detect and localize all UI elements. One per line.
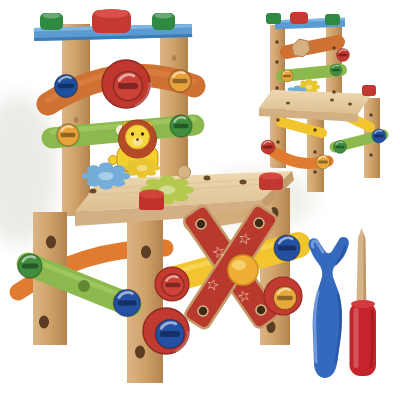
screwdriver — [350, 228, 377, 376]
red-nut-on-seat — [139, 190, 164, 211]
sc-red-screw — [337, 49, 350, 62]
blue-screw-yellow-slat — [274, 235, 300, 261]
product-photo-canvas: ☆ ☆ ☆ ☆ — [0, 0, 400, 400]
sc-red-cap — [290, 12, 308, 24]
small-chair — [259, 12, 386, 192]
red-washer-screw — [155, 267, 189, 301]
red-corner-cap — [259, 173, 283, 191]
green-cap-left — [40, 13, 63, 31]
toy-chair-scene: ☆ ☆ ☆ ☆ — [0, 0, 400, 400]
sc-green-cap-left — [266, 13, 281, 24]
front-leg-bolt — [143, 308, 189, 354]
green-cap-right — [152, 13, 175, 31]
wrench — [309, 237, 349, 378]
blue-gear — [82, 163, 131, 190]
main-chair: ☆ ☆ ☆ ☆ — [18, 9, 302, 383]
wooden-peg — [178, 166, 191, 179]
center-yellow-knob — [228, 255, 258, 285]
sc-seat-red-cap — [362, 85, 376, 96]
red-knob-center — [92, 9, 131, 33]
green-screw-lower — [18, 254, 42, 278]
sc-green-cap-right — [325, 14, 340, 25]
rear-leg-bolt — [264, 277, 302, 315]
blue-screw-lower — [114, 290, 141, 317]
large-red-screw — [102, 60, 150, 108]
green-screw-middle — [170, 115, 192, 137]
orange-screw-middle — [57, 124, 79, 146]
orange-screw-upper — [169, 70, 191, 92]
blue-screw-upper — [55, 75, 78, 98]
tools — [309, 228, 376, 378]
